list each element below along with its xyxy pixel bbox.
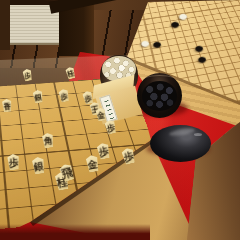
lid-highlight-small <box>194 133 202 136</box>
go-stone-black[interactable]: ● <box>152 41 162 47</box>
lid-highlight <box>169 127 196 137</box>
wood-post <box>0 0 10 50</box>
black-bowl-rim <box>139 75 180 91</box>
black-stones-bowl[interactable] <box>137 73 182 118</box>
lacquer-lid[interactable] <box>150 125 211 162</box>
go-stone-black[interactable]: ● <box>197 56 207 62</box>
scene: ● ● ● ● ● ● 歩 桂 銀 歩 歩 香 王 金 歩 角 歩 歩 歩 銀 … <box>0 0 240 240</box>
go-stone-black[interactable]: ● <box>170 21 180 27</box>
go-stone-white[interactable]: ● <box>140 40 150 46</box>
cloth-shadow-strip <box>0 224 150 240</box>
go-stone-white[interactable]: ● <box>178 13 188 19</box>
go-stone-black[interactable]: ● <box>194 45 204 51</box>
